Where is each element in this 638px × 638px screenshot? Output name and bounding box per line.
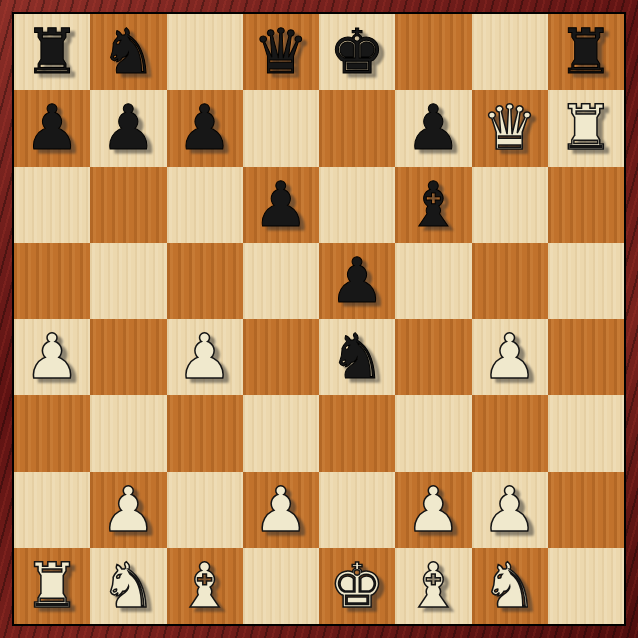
piece-white-pawn[interactable]: ♟ — [101, 479, 157, 541]
square-f1[interactable]: ♝ — [395, 548, 471, 624]
square-c1[interactable]: ♝ — [167, 548, 243, 624]
piece-white-rook[interactable]: ♜ — [558, 97, 614, 159]
piece-white-knight[interactable]: ♞ — [482, 555, 538, 617]
square-a6[interactable] — [14, 167, 90, 243]
square-h5[interactable] — [548, 243, 624, 319]
square-e4[interactable]: ♞ — [319, 319, 395, 395]
square-e5[interactable]: ♟ — [319, 243, 395, 319]
piece-white-knight[interactable]: ♞ — [101, 555, 157, 617]
square-f8[interactable] — [395, 14, 471, 90]
square-d7[interactable] — [243, 90, 319, 166]
square-b3[interactable] — [90, 395, 166, 471]
square-f2[interactable]: ♟ — [395, 472, 471, 548]
piece-black-pawn[interactable]: ♟ — [253, 174, 309, 236]
square-e7[interactable] — [319, 90, 395, 166]
piece-white-bishop[interactable]: ♝ — [406, 555, 462, 617]
piece-black-pawn[interactable]: ♟ — [24, 97, 80, 159]
square-a7[interactable]: ♟ — [14, 90, 90, 166]
square-d2[interactable]: ♟ — [243, 472, 319, 548]
piece-black-bishop[interactable]: ♝ — [406, 174, 462, 236]
square-g8[interactable] — [472, 14, 548, 90]
square-h1[interactable] — [548, 548, 624, 624]
square-b7[interactable]: ♟ — [90, 90, 166, 166]
square-h7[interactable]: ♜ — [548, 90, 624, 166]
piece-white-king[interactable]: ♚ — [329, 555, 385, 617]
piece-black-queen[interactable]: ♛ — [253, 21, 309, 83]
piece-black-rook[interactable]: ♜ — [24, 21, 80, 83]
square-b8[interactable]: ♞ — [90, 14, 166, 90]
square-c4[interactable]: ♟ — [167, 319, 243, 395]
piece-black-knight[interactable]: ♞ — [329, 326, 385, 388]
piece-black-pawn[interactable]: ♟ — [101, 97, 157, 159]
square-b2[interactable]: ♟ — [90, 472, 166, 548]
square-b4[interactable] — [90, 319, 166, 395]
piece-black-pawn[interactable]: ♟ — [329, 250, 385, 312]
square-d3[interactable] — [243, 395, 319, 471]
square-a4[interactable]: ♟ — [14, 319, 90, 395]
piece-white-pawn[interactable]: ♟ — [482, 479, 538, 541]
square-a2[interactable] — [14, 472, 90, 548]
piece-white-pawn[interactable]: ♟ — [253, 479, 309, 541]
square-h2[interactable] — [548, 472, 624, 548]
piece-white-queen[interactable]: ♛ — [482, 97, 538, 159]
square-e6[interactable] — [319, 167, 395, 243]
square-g3[interactable] — [472, 395, 548, 471]
square-a5[interactable] — [14, 243, 90, 319]
square-g4[interactable]: ♟ — [472, 319, 548, 395]
square-h4[interactable] — [548, 319, 624, 395]
square-b1[interactable]: ♞ — [90, 548, 166, 624]
square-b6[interactable] — [90, 167, 166, 243]
square-d1[interactable] — [243, 548, 319, 624]
square-f6[interactable]: ♝ — [395, 167, 471, 243]
square-f7[interactable]: ♟ — [395, 90, 471, 166]
piece-black-pawn[interactable]: ♟ — [406, 97, 462, 159]
square-d4[interactable] — [243, 319, 319, 395]
square-e8[interactable]: ♚ — [319, 14, 395, 90]
square-e1[interactable]: ♚ — [319, 548, 395, 624]
square-h8[interactable]: ♜ — [548, 14, 624, 90]
square-e3[interactable] — [319, 395, 395, 471]
piece-white-bishop[interactable]: ♝ — [177, 555, 233, 617]
square-d5[interactable] — [243, 243, 319, 319]
square-c6[interactable] — [167, 167, 243, 243]
square-g5[interactable] — [472, 243, 548, 319]
chess-board: ♜♞♛♚♜♟♟♟♟♛♜♟♝♟♟♟♞♟♟♟♟♟♜♞♝♚♝♞ — [12, 12, 626, 626]
square-e2[interactable] — [319, 472, 395, 548]
square-c3[interactable] — [167, 395, 243, 471]
square-c5[interactable] — [167, 243, 243, 319]
square-h6[interactable] — [548, 167, 624, 243]
piece-white-pawn[interactable]: ♟ — [24, 326, 80, 388]
piece-white-pawn[interactable]: ♟ — [482, 326, 538, 388]
square-c7[interactable]: ♟ — [167, 90, 243, 166]
piece-white-pawn[interactable]: ♟ — [406, 479, 462, 541]
square-f5[interactable] — [395, 243, 471, 319]
square-a1[interactable]: ♜ — [14, 548, 90, 624]
piece-white-pawn[interactable]: ♟ — [177, 326, 233, 388]
square-h3[interactable] — [548, 395, 624, 471]
square-a8[interactable]: ♜ — [14, 14, 90, 90]
square-f4[interactable] — [395, 319, 471, 395]
piece-black-rook[interactable]: ♜ — [558, 21, 614, 83]
square-g1[interactable]: ♞ — [472, 548, 548, 624]
square-c2[interactable] — [167, 472, 243, 548]
square-d6[interactable]: ♟ — [243, 167, 319, 243]
square-a3[interactable] — [14, 395, 90, 471]
square-f3[interactable] — [395, 395, 471, 471]
piece-black-king[interactable]: ♚ — [329, 21, 385, 83]
piece-black-pawn[interactable]: ♟ — [177, 97, 233, 159]
board-frame: ♜♞♛♚♜♟♟♟♟♛♜♟♝♟♟♟♞♟♟♟♟♟♜♞♝♚♝♞ — [0, 0, 638, 638]
square-g7[interactable]: ♛ — [472, 90, 548, 166]
piece-white-rook[interactable]: ♜ — [24, 555, 80, 617]
piece-black-knight[interactable]: ♞ — [101, 21, 157, 83]
square-c8[interactable] — [167, 14, 243, 90]
square-g6[interactable] — [472, 167, 548, 243]
square-d8[interactable]: ♛ — [243, 14, 319, 90]
square-g2[interactable]: ♟ — [472, 472, 548, 548]
square-b5[interactable] — [90, 243, 166, 319]
